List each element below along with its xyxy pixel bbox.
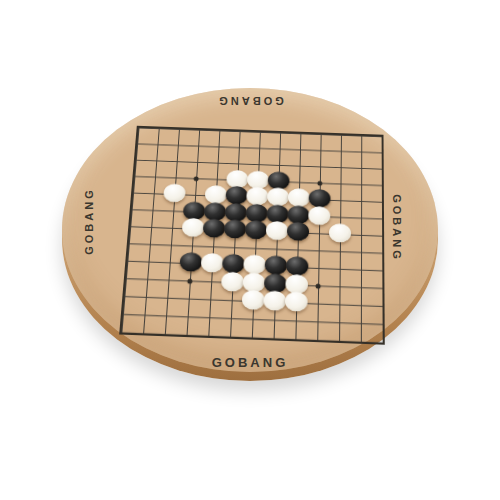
white-stone <box>221 271 244 291</box>
white-stone <box>329 223 351 242</box>
white-stone <box>205 185 228 204</box>
label-gobang-top: GOBANG <box>216 95 284 107</box>
star-point <box>317 180 322 185</box>
white-stone <box>285 274 308 294</box>
star-point <box>187 278 192 283</box>
play-grid <box>119 126 385 345</box>
white-stone <box>266 221 289 240</box>
black-stone <box>224 219 247 238</box>
white-stone <box>263 290 286 310</box>
label-gobang-bottom: GOBANG <box>212 355 289 370</box>
black-stone <box>309 189 331 208</box>
black-stone <box>287 205 309 224</box>
black-stone <box>264 273 287 293</box>
black-stone <box>286 256 309 276</box>
white-stone <box>182 218 205 237</box>
product-photo: GOBANG GOBANG GOBANG GOBANG <box>0 0 500 500</box>
black-stone <box>245 203 268 222</box>
black-stone <box>224 202 247 221</box>
black-stone <box>225 186 248 205</box>
white-stone <box>267 187 289 206</box>
black-stone <box>266 204 288 223</box>
white-stone <box>243 254 266 274</box>
label-gobang-left: GOBANG <box>83 187 95 255</box>
black-stone <box>179 252 202 272</box>
star-point <box>194 176 199 181</box>
white-stone <box>242 290 265 310</box>
star-point <box>316 283 321 288</box>
white-stone <box>246 186 268 205</box>
white-stone <box>242 272 265 292</box>
black-stone <box>245 220 268 239</box>
black-stone <box>264 255 287 275</box>
black-stone <box>287 222 309 241</box>
black-stone <box>183 201 206 220</box>
black-stone <box>203 218 226 237</box>
label-gobang-right: GOBANG <box>391 194 403 262</box>
white-stone <box>308 205 330 224</box>
white-stone <box>163 183 186 202</box>
black-stone <box>222 254 245 274</box>
white-stone <box>285 291 308 311</box>
white-stone <box>201 253 224 273</box>
black-stone <box>204 202 227 221</box>
white-stone <box>288 188 310 207</box>
